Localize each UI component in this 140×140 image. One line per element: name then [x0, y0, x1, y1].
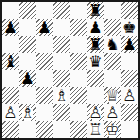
square-e2[interactable]: [70, 104, 87, 121]
square-g5[interactable]: [104, 53, 121, 70]
square-a7[interactable]: ♟: [2, 19, 19, 36]
square-a3[interactable]: [2, 87, 19, 104]
square-f1[interactable]: ♖: [87, 121, 104, 138]
square-c1[interactable]: [36, 121, 53, 138]
square-e8[interactable]: [70, 2, 87, 19]
square-g2[interactable]: ♙: [104, 104, 121, 121]
piece-white-king[interactable]: ♔: [104, 121, 121, 138]
square-b3[interactable]: [19, 87, 36, 104]
square-d7[interactable]: [53, 19, 70, 36]
square-a1[interactable]: [2, 121, 19, 138]
piece-black-pawn[interactable]: ♟: [2, 19, 19, 36]
square-f5[interactable]: ♛: [87, 53, 104, 70]
square-g6[interactable]: ♞: [104, 36, 121, 53]
square-a5[interactable]: ♝: [2, 53, 19, 70]
square-c2[interactable]: [36, 104, 53, 121]
square-b2[interactable]: ♗: [19, 104, 36, 121]
square-a6[interactable]: [2, 36, 19, 53]
piece-black-king[interactable]: ♚: [121, 19, 138, 36]
square-f4[interactable]: [87, 70, 104, 87]
square-e3[interactable]: [70, 87, 87, 104]
square-b8[interactable]: [19, 2, 36, 19]
square-e4[interactable]: [70, 70, 87, 87]
square-g8[interactable]: [104, 2, 121, 19]
square-f8[interactable]: ♜: [87, 2, 104, 19]
square-f6[interactable]: ♜: [87, 36, 104, 53]
square-c4[interactable]: [36, 70, 53, 87]
square-d8[interactable]: [53, 2, 70, 19]
square-e6[interactable]: [70, 36, 87, 53]
square-b5[interactable]: [19, 53, 36, 70]
piece-white-pawn[interactable]: ♙: [121, 87, 138, 104]
square-g7[interactable]: [104, 19, 121, 36]
square-h5[interactable]: [121, 53, 138, 70]
square-a2[interactable]: ♙: [2, 104, 19, 121]
square-h4[interactable]: [121, 70, 138, 87]
square-b6[interactable]: [19, 36, 36, 53]
square-h3[interactable]: ♙: [121, 87, 138, 104]
square-h7[interactable]: ♚: [121, 19, 138, 36]
chess-board: ♜♟♟♟♚♜♞♟♝♛♟♗♕♙♙♗♙♙♖♔: [2, 2, 138, 138]
square-d5[interactable]: [53, 53, 70, 70]
square-c5[interactable]: [36, 53, 53, 70]
piece-black-pawn[interactable]: ♟: [121, 36, 138, 53]
square-e1[interactable]: [70, 121, 87, 138]
square-d4[interactable]: [53, 70, 70, 87]
square-b4[interactable]: ♟: [19, 70, 36, 87]
square-d3[interactable]: ♗: [53, 87, 70, 104]
square-a4[interactable]: [2, 70, 19, 87]
square-d1[interactable]: [53, 121, 70, 138]
piece-black-pawn[interactable]: ♟: [36, 19, 53, 36]
square-d2[interactable]: [53, 104, 70, 121]
square-f7[interactable]: ♟: [87, 19, 104, 36]
piece-black-queen[interactable]: ♛: [87, 53, 104, 70]
square-c3[interactable]: [36, 87, 53, 104]
square-f2[interactable]: ♙: [87, 104, 104, 121]
square-e5[interactable]: [70, 53, 87, 70]
piece-white-bishop[interactable]: ♗: [19, 104, 36, 121]
square-g3[interactable]: ♕: [104, 87, 121, 104]
chess-diagram-frame: ♜♟♟♟♚♜♞♟♝♛♟♗♕♙♙♗♙♙♖♔: [0, 0, 140, 140]
piece-black-pawn[interactable]: ♟: [87, 19, 104, 36]
square-h6[interactable]: ♟: [121, 36, 138, 53]
square-h8[interactable]: [121, 2, 138, 19]
piece-black-knight[interactable]: ♞: [104, 36, 121, 53]
square-b1[interactable]: [19, 121, 36, 138]
piece-black-rook[interactable]: ♜: [87, 2, 104, 19]
square-f3[interactable]: [87, 87, 104, 104]
square-a8[interactable]: [2, 2, 19, 19]
square-g4[interactable]: [104, 70, 121, 87]
square-d6[interactable]: [53, 36, 70, 53]
piece-white-queen[interactable]: ♕: [104, 87, 121, 104]
square-h2[interactable]: [121, 104, 138, 121]
piece-black-bishop[interactable]: ♝: [2, 53, 19, 70]
piece-black-rook[interactable]: ♜: [87, 36, 104, 53]
piece-white-bishop[interactable]: ♗: [53, 87, 70, 104]
square-h1[interactable]: [121, 121, 138, 138]
square-g1[interactable]: ♔: [104, 121, 121, 138]
square-e7[interactable]: [70, 19, 87, 36]
piece-white-rook[interactable]: ♖: [87, 121, 104, 138]
piece-white-pawn[interactable]: ♙: [104, 104, 121, 121]
square-b7[interactable]: [19, 19, 36, 36]
square-c7[interactable]: ♟: [36, 19, 53, 36]
piece-white-pawn[interactable]: ♙: [87, 104, 104, 121]
square-c6[interactable]: [36, 36, 53, 53]
piece-white-pawn[interactable]: ♙: [2, 104, 19, 121]
piece-black-pawn[interactable]: ♟: [19, 70, 36, 87]
square-c8[interactable]: [36, 2, 53, 19]
